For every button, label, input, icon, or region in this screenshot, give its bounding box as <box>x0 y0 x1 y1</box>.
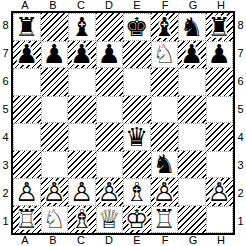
rank-label-7: 7 <box>235 39 246 67</box>
square-d2[interactable]: ♟♙ <box>96 178 124 206</box>
piece-black-pawn-icon: ♟ <box>41 41 69 69</box>
piece-white-knight-icon: ♞♘ <box>41 206 69 234</box>
square-d7[interactable]: ♟ <box>96 41 124 69</box>
piece-black-pawn-icon: ♟ <box>68 41 96 69</box>
square-e5[interactable] <box>123 96 151 124</box>
square-f1[interactable]: ♜♖ <box>151 206 179 234</box>
file-label-h: H <box>207 0 235 11</box>
square-h7[interactable]: ♟ <box>206 41 234 69</box>
square-g8[interactable]: ♞ <box>178 13 206 41</box>
piece-black-knight-icon: ♞ <box>151 151 179 179</box>
square-g5[interactable] <box>178 96 206 124</box>
square-e1[interactable]: ♚♔ <box>123 206 151 234</box>
piece-white-pawn-icon: ♟♙ <box>13 178 41 206</box>
square-f6[interactable] <box>151 68 179 96</box>
square-c5[interactable] <box>68 96 96 124</box>
piece-black-pawn-icon: ♟ <box>96 41 124 69</box>
square-f7[interactable]: ♞♘ <box>151 41 179 69</box>
rank-label-8: 8 <box>0 11 11 39</box>
piece-black-queen-icon: ♛ <box>123 123 151 151</box>
piece-white-bishop-icon: ♝♗ <box>68 206 96 234</box>
square-e7[interactable] <box>123 41 151 69</box>
piece-black-rook-icon: ♜ <box>206 13 234 41</box>
square-g3[interactable] <box>178 151 206 179</box>
square-b2[interactable]: ♟♙ <box>41 178 69 206</box>
square-e6[interactable] <box>123 68 151 96</box>
square-b6[interactable] <box>41 68 69 96</box>
chess-diagram: ABCDEFGH 87654321 ♜♝♚♝♞♜♟♟♟♟♞♘♟♟♛♞♟♙♟♙♟♙… <box>0 0 246 246</box>
file-label-d: D <box>95 0 123 11</box>
chess-board: ♜♝♚♝♞♜♟♟♟♟♞♘♟♟♛♞♟♙♟♙♟♙♟♙♝♗♟♙♟♙♜♖♞♘♝♗♛♕♚♔… <box>11 11 235 235</box>
rank-label-1: 1 <box>0 207 11 235</box>
square-f5[interactable] <box>151 96 179 124</box>
square-e8[interactable]: ♚ <box>123 13 151 41</box>
file-label-g: G <box>179 235 207 246</box>
piece-white-pawn-icon: ♟♙ <box>41 178 69 206</box>
file-label-a: A <box>11 235 39 246</box>
rank-labels-right: 87654321 <box>235 11 246 235</box>
file-label-c: C <box>67 235 95 246</box>
file-label-g: G <box>179 0 207 11</box>
rank-labels-left: 87654321 <box>0 11 11 235</box>
piece-white-knight-icon: ♞♘ <box>151 41 179 69</box>
piece-black-bishop-icon: ♝ <box>151 13 179 41</box>
square-f8[interactable]: ♝ <box>151 13 179 41</box>
file-label-a: A <box>11 0 39 11</box>
rank-label-4: 4 <box>0 123 11 151</box>
file-labels-top: ABCDEFGH <box>0 0 246 11</box>
square-c2[interactable]: ♟♙ <box>68 178 96 206</box>
square-h5[interactable] <box>206 96 234 124</box>
square-h8[interactable]: ♜ <box>206 13 234 41</box>
rank-label-7: 7 <box>0 39 11 67</box>
file-label-f: F <box>151 235 179 246</box>
square-g1[interactable] <box>178 206 206 234</box>
square-g6[interactable] <box>178 68 206 96</box>
square-e3[interactable] <box>123 151 151 179</box>
rank-label-4: 4 <box>235 123 246 151</box>
square-d4[interactable] <box>96 123 124 151</box>
square-c4[interactable] <box>68 123 96 151</box>
square-d1[interactable]: ♛♕ <box>96 206 124 234</box>
square-g2[interactable] <box>178 178 206 206</box>
square-g4[interactable] <box>178 123 206 151</box>
file-label-e: E <box>123 0 151 11</box>
square-a8[interactable]: ♜ <box>13 13 41 41</box>
square-b3[interactable] <box>41 151 69 179</box>
square-h2[interactable]: ♟♙ <box>206 178 234 206</box>
file-label-b: B <box>39 0 67 11</box>
square-b7[interactable]: ♟ <box>41 41 69 69</box>
piece-black-knight-icon: ♞ <box>178 13 206 41</box>
square-a6[interactable] <box>13 68 41 96</box>
piece-black-pawn-icon: ♟ <box>206 41 234 69</box>
square-c1[interactable]: ♝♗ <box>68 206 96 234</box>
square-c3[interactable] <box>68 151 96 179</box>
file-label-h: H <box>207 235 235 246</box>
square-c8[interactable]: ♝ <box>68 13 96 41</box>
piece-white-rook-icon: ♜♖ <box>151 206 179 234</box>
square-a3[interactable] <box>13 151 41 179</box>
rank-label-2: 2 <box>0 179 11 207</box>
file-labels-bottom: ABCDEFGH <box>0 235 246 246</box>
file-label-b: B <box>39 235 67 246</box>
rank-label-6: 6 <box>0 67 11 95</box>
square-f4[interactable] <box>151 123 179 151</box>
piece-white-queen-icon: ♛♕ <box>96 206 124 234</box>
square-a7[interactable]: ♟ <box>13 41 41 69</box>
square-e4[interactable]: ♛ <box>123 123 151 151</box>
piece-white-pawn-icon: ♟♙ <box>68 178 96 206</box>
square-c6[interactable] <box>68 68 96 96</box>
square-d8[interactable] <box>96 13 124 41</box>
square-a5[interactable] <box>13 96 41 124</box>
file-label-e: E <box>123 235 151 246</box>
square-b5[interactable] <box>41 96 69 124</box>
square-h1[interactable] <box>206 206 234 234</box>
square-b8[interactable] <box>41 13 69 41</box>
file-label-d: D <box>95 235 123 246</box>
square-h3[interactable] <box>206 151 234 179</box>
rank-label-5: 5 <box>235 95 246 123</box>
piece-black-pawn-icon: ♟ <box>178 41 206 69</box>
piece-white-bishop-icon: ♝♗ <box>123 178 151 206</box>
square-d6[interactable] <box>96 68 124 96</box>
square-a1[interactable]: ♜♖ <box>13 206 41 234</box>
rank-label-8: 8 <box>235 11 246 39</box>
square-h4[interactable] <box>206 123 234 151</box>
piece-white-pawn-icon: ♟♙ <box>206 178 234 206</box>
square-a4[interactable] <box>13 123 41 151</box>
square-h6[interactable] <box>206 68 234 96</box>
square-d3[interactable] <box>96 151 124 179</box>
square-f3[interactable]: ♞ <box>151 151 179 179</box>
square-f2[interactable]: ♟♙ <box>151 178 179 206</box>
square-b4[interactable] <box>41 123 69 151</box>
piece-white-rook-icon: ♜♖ <box>13 206 41 234</box>
piece-white-king-icon: ♚♔ <box>123 206 151 234</box>
piece-black-rook-icon: ♜ <box>13 13 41 41</box>
rank-label-3: 3 <box>235 151 246 179</box>
piece-white-pawn-icon: ♟♙ <box>96 178 124 206</box>
file-label-f: F <box>151 0 179 11</box>
square-c7[interactable]: ♟ <box>68 41 96 69</box>
piece-black-pawn-icon: ♟ <box>13 41 41 69</box>
square-d5[interactable] <box>96 96 124 124</box>
file-label-c: C <box>67 0 95 11</box>
rank-label-5: 5 <box>0 95 11 123</box>
piece-black-bishop-icon: ♝ <box>68 13 96 41</box>
piece-black-king-icon: ♚ <box>123 13 151 41</box>
square-a2[interactable]: ♟♙ <box>13 178 41 206</box>
rank-label-1: 1 <box>235 207 246 235</box>
square-b1[interactable]: ♞♘ <box>41 206 69 234</box>
square-e2[interactable]: ♝♗ <box>123 178 151 206</box>
rank-label-6: 6 <box>235 67 246 95</box>
piece-white-pawn-icon: ♟♙ <box>151 178 179 206</box>
rank-label-3: 3 <box>0 151 11 179</box>
square-g7[interactable]: ♟ <box>178 41 206 69</box>
rank-label-2: 2 <box>235 179 246 207</box>
